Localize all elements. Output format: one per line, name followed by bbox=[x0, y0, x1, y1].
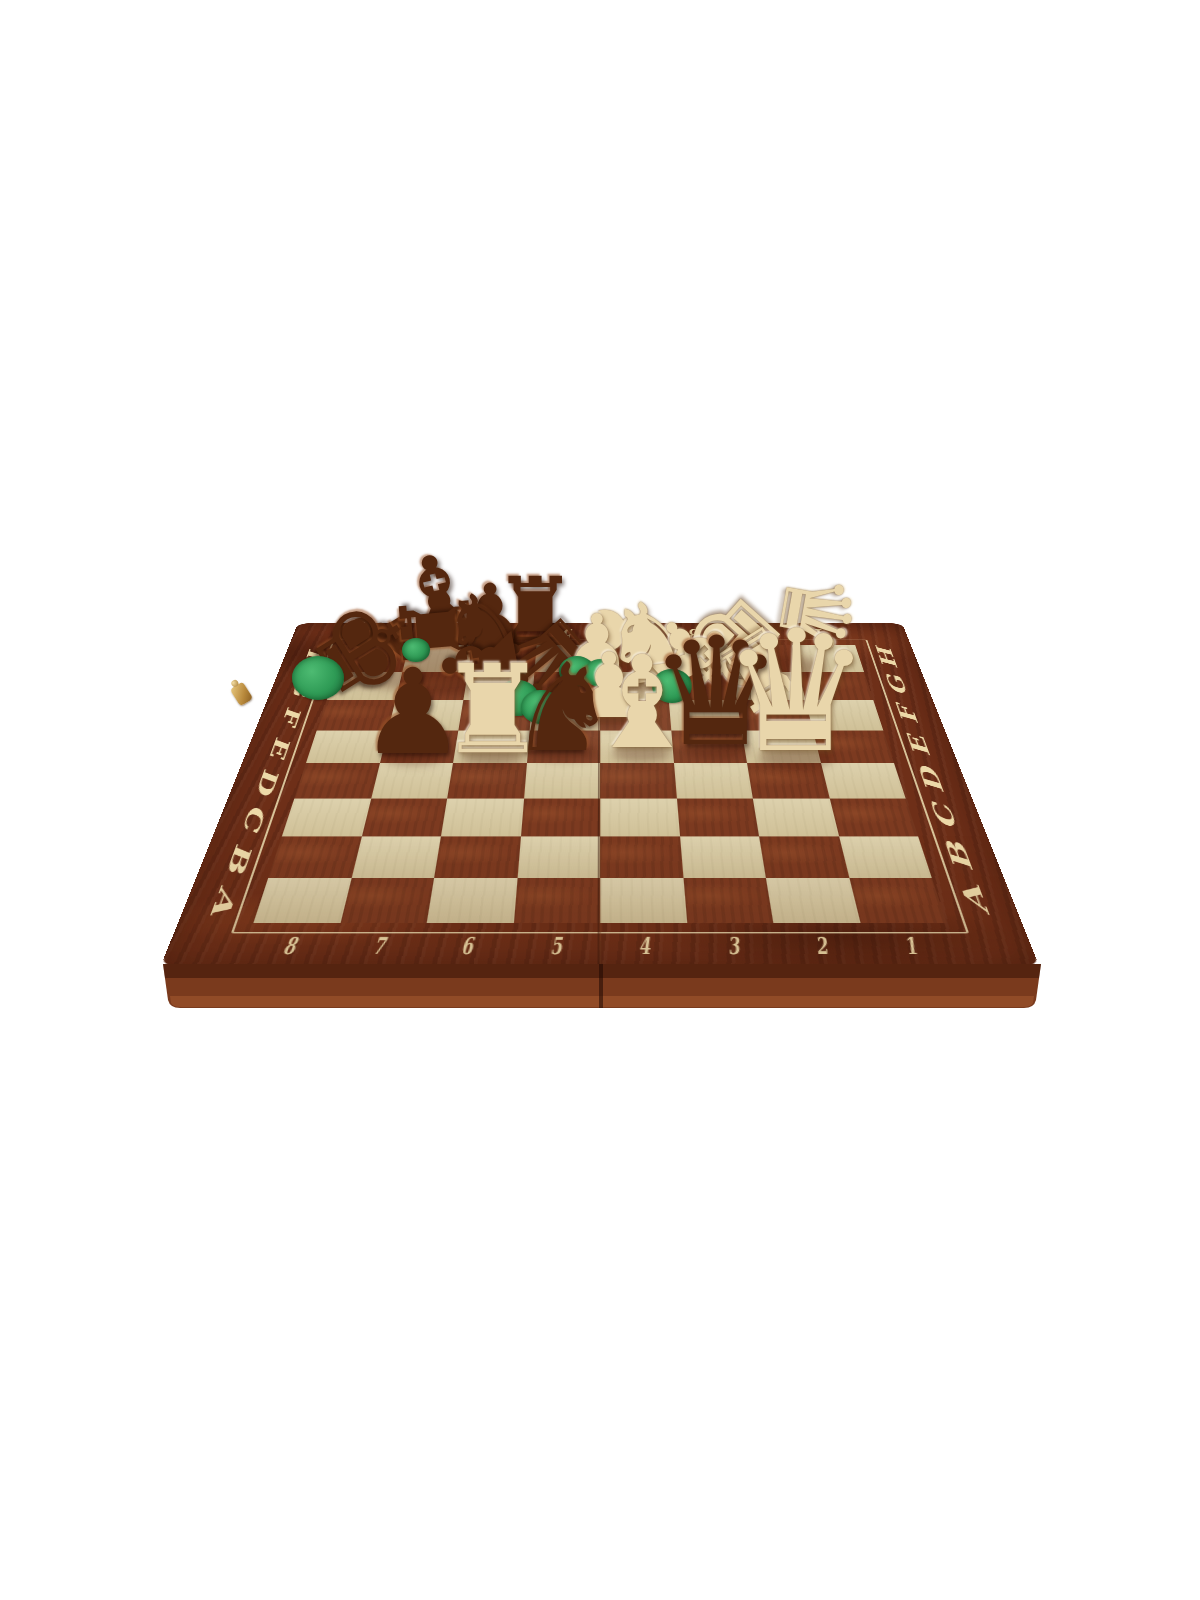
square-c1 bbox=[829, 798, 918, 836]
square-b7 bbox=[351, 836, 441, 877]
square-c7 bbox=[361, 798, 447, 836]
square-b6 bbox=[434, 836, 520, 877]
square-c2 bbox=[753, 798, 839, 836]
left-letter-F: F bbox=[261, 700, 321, 730]
square-a1 bbox=[849, 878, 947, 923]
square-a4 bbox=[600, 878, 687, 923]
square-a6 bbox=[427, 878, 517, 923]
near-number-8: 8 bbox=[240, 927, 339, 964]
square-a2 bbox=[766, 878, 860, 923]
right-letter-F: F bbox=[879, 700, 939, 730]
felt-base-0 bbox=[292, 656, 344, 700]
piece-standing-light-rook-e6-e6: ♜ bbox=[438, 649, 547, 771]
square-b5 bbox=[517, 836, 600, 877]
square-a3 bbox=[683, 878, 773, 923]
square-c8 bbox=[282, 798, 371, 836]
near-number-2: 2 bbox=[774, 927, 870, 964]
right-letter-B: B bbox=[925, 836, 998, 877]
near-number-4: 4 bbox=[600, 927, 690, 964]
square-b2 bbox=[759, 836, 849, 877]
square-a7 bbox=[340, 878, 434, 923]
near-number-3: 3 bbox=[687, 927, 780, 964]
square-b1 bbox=[839, 836, 932, 877]
near-number-7: 7 bbox=[330, 927, 426, 964]
square-c4 bbox=[600, 798, 680, 836]
square-b8 bbox=[268, 836, 361, 877]
right-letter-G: G bbox=[869, 672, 927, 700]
product-photo-canvas: 8877665544332211HHGGFFEEDDCCBBAA ♛♜♟♝♟♝♜… bbox=[0, 0, 1200, 1600]
piece-standing-light-queen-e2-e2: ♛ bbox=[721, 608, 872, 776]
right-letter-D: D bbox=[900, 763, 966, 798]
square-a5 bbox=[513, 878, 600, 923]
near-number-5: 5 bbox=[510, 927, 600, 964]
square-b3 bbox=[680, 836, 766, 877]
right-letter-C: C bbox=[912, 798, 981, 836]
piece-standing-light-bishop-e4-e4: ♝ bbox=[585, 639, 700, 767]
square-b4 bbox=[600, 836, 683, 877]
square-c6 bbox=[441, 798, 524, 836]
square-c5 bbox=[520, 798, 600, 836]
right-letter-E: E bbox=[889, 730, 952, 763]
near-number-1: 1 bbox=[861, 927, 960, 964]
square-c3 bbox=[676, 798, 759, 836]
near-number-6: 6 bbox=[420, 927, 513, 964]
left-letter-E: E bbox=[248, 730, 311, 763]
square-a8 bbox=[253, 878, 351, 923]
perspective-scene: 8877665544332211HHGGFFEEDDCCBBAA bbox=[0, 0, 1200, 1600]
